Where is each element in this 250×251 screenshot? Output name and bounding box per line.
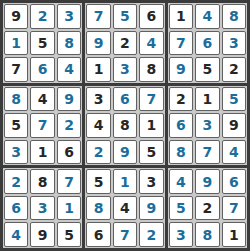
cell-r3c5[interactable]: 3 [113,57,137,82]
cell-r6c6[interactable]: 5 [139,140,163,165]
cell-r4c4[interactable]: 3 [86,87,110,112]
cell-r1c5[interactable]: 5 [113,4,137,29]
cell-r4c1[interactable]: 8 [4,87,28,112]
cell-r7c4[interactable]: 5 [86,169,110,194]
cell-r6c3[interactable]: 6 [57,140,81,165]
cell-r3c6[interactable]: 8 [139,57,163,82]
cell-r9c6[interactable]: 2 [139,222,163,247]
cell-r1c3[interactable]: 3 [57,4,81,29]
cell-r1c6[interactable]: 6 [139,4,163,29]
cell-r6c5[interactable]: 9 [113,140,137,165]
cell-r9c1[interactable]: 4 [4,222,28,247]
cell-r1c9[interactable]: 8 [222,4,246,29]
sudoku-box-3: 148763952 [168,3,247,83]
cell-r3c7[interactable]: 9 [169,57,193,82]
sudoku-box-1: 923158764 [3,3,82,83]
cell-r4c8[interactable]: 1 [195,87,219,112]
cell-r3c9[interactable]: 2 [222,57,246,82]
cell-r6c8[interactable]: 7 [195,140,219,165]
cell-r9c8[interactable]: 8 [195,222,219,247]
cell-r1c8[interactable]: 4 [195,4,219,29]
cell-r6c1[interactable]: 3 [4,140,28,165]
cell-r4c3[interactable]: 9 [57,87,81,112]
cell-r7c9[interactable]: 6 [222,169,246,194]
cell-r5c5[interactable]: 8 [113,113,137,138]
cell-r5c6[interactable]: 1 [139,113,163,138]
sudoku-box-9: 496527381 [168,168,247,248]
cell-r9c2[interactable]: 9 [30,222,54,247]
cell-r5c7[interactable]: 6 [169,113,193,138]
cell-r6c2[interactable]: 1 [30,140,54,165]
cell-r6c4[interactable]: 2 [86,140,110,165]
cell-r1c7[interactable]: 1 [169,4,193,29]
cell-r2c9[interactable]: 3 [222,31,246,56]
cell-r8c8[interactable]: 2 [195,196,219,221]
cell-r4c6[interactable]: 7 [139,87,163,112]
cell-r9c4[interactable]: 6 [86,222,110,247]
cell-r2c4[interactable]: 9 [86,31,110,56]
cell-r5c1[interactable]: 5 [4,113,28,138]
cell-r8c2[interactable]: 3 [30,196,54,221]
cell-r2c6[interactable]: 4 [139,31,163,56]
cell-r2c3[interactable]: 8 [57,31,81,56]
cell-r1c2[interactable]: 2 [30,4,54,29]
cell-r2c8[interactable]: 6 [195,31,219,56]
cell-r4c5[interactable]: 6 [113,87,137,112]
cell-r2c2[interactable]: 5 [30,31,54,56]
sudoku-box-7: 287631495 [3,168,82,248]
cell-r1c4[interactable]: 7 [86,4,110,29]
sudoku-board: 923158764 756924138 148763952 849572316 … [0,0,250,251]
cell-r3c8[interactable]: 5 [195,57,219,82]
cell-r9c3[interactable]: 5 [57,222,81,247]
cell-r3c1[interactable]: 7 [4,57,28,82]
cell-r1c1[interactable]: 9 [4,4,28,29]
cell-r7c7[interactable]: 4 [169,169,193,194]
sudoku-box-5: 367481295 [85,86,164,166]
cell-r5c2[interactable]: 7 [30,113,54,138]
sudoku-box-6: 215639874 [168,86,247,166]
cell-r8c3[interactable]: 1 [57,196,81,221]
cell-r3c2[interactable]: 6 [30,57,54,82]
cell-r8c9[interactable]: 7 [222,196,246,221]
cell-r5c8[interactable]: 3 [195,113,219,138]
cell-r2c7[interactable]: 7 [169,31,193,56]
cell-r7c6[interactable]: 3 [139,169,163,194]
cell-r2c5[interactable]: 2 [113,31,137,56]
cell-r2c1[interactable]: 1 [4,31,28,56]
sudoku-box-2: 756924138 [85,3,164,83]
cell-r5c9[interactable]: 9 [222,113,246,138]
cell-r9c7[interactable]: 3 [169,222,193,247]
cell-r9c9[interactable]: 1 [222,222,246,247]
cell-r4c7[interactable]: 2 [169,87,193,112]
cell-r7c1[interactable]: 2 [4,169,28,194]
cell-r8c7[interactable]: 5 [169,196,193,221]
cell-r3c3[interactable]: 4 [57,57,81,82]
cell-r7c5[interactable]: 1 [113,169,137,194]
cell-r5c4[interactable]: 4 [86,113,110,138]
sudoku-box-4: 849572316 [3,86,82,166]
cell-r8c4[interactable]: 8 [86,196,110,221]
cell-r7c8[interactable]: 9 [195,169,219,194]
cell-r6c7[interactable]: 8 [169,140,193,165]
cell-r9c5[interactable]: 7 [113,222,137,247]
sudoku-box-8: 513849672 [85,168,164,248]
cell-r4c9[interactable]: 5 [222,87,246,112]
cell-r8c1[interactable]: 6 [4,196,28,221]
cell-r8c6[interactable]: 9 [139,196,163,221]
cell-r6c9[interactable]: 4 [222,140,246,165]
cell-r7c2[interactable]: 8 [30,169,54,194]
cell-r3c4[interactable]: 1 [86,57,110,82]
cell-r5c3[interactable]: 2 [57,113,81,138]
cell-r4c2[interactable]: 4 [30,87,54,112]
cell-r8c5[interactable]: 4 [113,196,137,221]
cell-r7c3[interactable]: 7 [57,169,81,194]
